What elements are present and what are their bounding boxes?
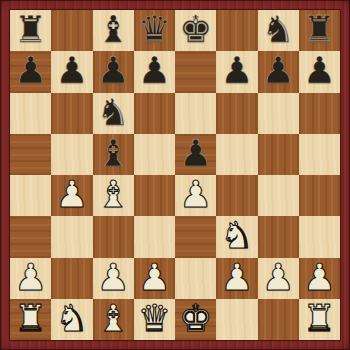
- square-f3[interactable]: ♞: [216, 216, 257, 257]
- square-c3[interactable]: [93, 216, 134, 257]
- square-b4[interactable]: ♟: [51, 175, 92, 216]
- board-frame: ♜♝♛♚♞♜♟♟♟♟♟♟♟♞♝♟♟♝♟♞♟♟♟♟♟♟♜♞♝♛♚♜: [0, 0, 350, 350]
- square-g3[interactable]: [258, 216, 299, 257]
- square-c1[interactable]: ♝: [93, 299, 134, 340]
- square-e6[interactable]: [175, 93, 216, 134]
- black-bishop: ♝: [97, 135, 130, 172]
- square-a5[interactable]: [10, 134, 51, 175]
- square-e4[interactable]: ♟: [175, 175, 216, 216]
- square-d4[interactable]: [134, 175, 175, 216]
- square-e3[interactable]: [175, 216, 216, 257]
- square-b5[interactable]: [51, 134, 92, 175]
- square-a2[interactable]: ♟: [10, 258, 51, 299]
- square-h8[interactable]: ♜: [299, 10, 340, 51]
- white-bishop: ♝: [97, 300, 130, 337]
- white-pawn: ♟: [179, 176, 212, 213]
- black-rook: ♜: [14, 11, 47, 48]
- square-c4[interactable]: ♝: [93, 175, 134, 216]
- square-c8[interactable]: ♝: [93, 10, 134, 51]
- square-b1[interactable]: ♞: [51, 299, 92, 340]
- square-a6[interactable]: [10, 93, 51, 134]
- square-e1[interactable]: ♚: [175, 299, 216, 340]
- square-d6[interactable]: [134, 93, 175, 134]
- square-d2[interactable]: ♟: [134, 258, 175, 299]
- square-f7[interactable]: ♟: [216, 51, 257, 92]
- square-c5[interactable]: ♝: [93, 134, 134, 175]
- square-f1[interactable]: [216, 299, 257, 340]
- square-b2[interactable]: [51, 258, 92, 299]
- square-d3[interactable]: [134, 216, 175, 257]
- square-a4[interactable]: [10, 175, 51, 216]
- square-d7[interactable]: ♟: [134, 51, 175, 92]
- square-g5[interactable]: [258, 134, 299, 175]
- square-f8[interactable]: [216, 10, 257, 51]
- black-pawn: ♟: [55, 52, 88, 89]
- white-pawn: ♟: [220, 259, 253, 296]
- square-g2[interactable]: ♟: [258, 258, 299, 299]
- white-knight: ♞: [220, 217, 253, 254]
- square-e8[interactable]: ♚: [175, 10, 216, 51]
- square-g6[interactable]: [258, 93, 299, 134]
- black-pawn: ♟: [179, 135, 212, 172]
- square-d1[interactable]: ♛: [134, 299, 175, 340]
- black-pawn: ♟: [138, 52, 171, 89]
- square-h4[interactable]: [299, 175, 340, 216]
- white-pawn: ♟: [138, 259, 171, 296]
- black-pawn: ♟: [14, 52, 47, 89]
- square-d5[interactable]: [134, 134, 175, 175]
- white-pawn: ♟: [262, 259, 295, 296]
- square-a1[interactable]: ♜: [10, 299, 51, 340]
- square-f6[interactable]: [216, 93, 257, 134]
- white-pawn: ♟: [303, 259, 336, 296]
- square-a8[interactable]: ♜: [10, 10, 51, 51]
- square-f2[interactable]: ♟: [216, 258, 257, 299]
- square-c6[interactable]: ♞: [93, 93, 134, 134]
- square-b3[interactable]: [51, 216, 92, 257]
- black-rook: ♜: [303, 11, 336, 48]
- square-f5[interactable]: [216, 134, 257, 175]
- square-b8[interactable]: [51, 10, 92, 51]
- chess-board: ♜♝♛♚♞♜♟♟♟♟♟♟♟♞♝♟♟♝♟♞♟♟♟♟♟♟♜♞♝♛♚♜: [10, 10, 340, 340]
- black-knight: ♞: [262, 11, 295, 48]
- square-c7[interactable]: ♟: [93, 51, 134, 92]
- square-h1[interactable]: ♜: [299, 299, 340, 340]
- square-b7[interactable]: ♟: [51, 51, 92, 92]
- black-king: ♚: [179, 11, 212, 48]
- square-h6[interactable]: [299, 93, 340, 134]
- square-d8[interactable]: ♛: [134, 10, 175, 51]
- square-a3[interactable]: [10, 216, 51, 257]
- square-a7[interactable]: ♟: [10, 51, 51, 92]
- black-bishop: ♝: [97, 11, 130, 48]
- square-h7[interactable]: ♟: [299, 51, 340, 92]
- black-pawn: ♟: [303, 52, 336, 89]
- white-rook: ♜: [14, 300, 47, 337]
- square-f4[interactable]: [216, 175, 257, 216]
- square-h5[interactable]: [299, 134, 340, 175]
- square-e5[interactable]: ♟: [175, 134, 216, 175]
- square-b6[interactable]: [51, 93, 92, 134]
- square-e2[interactable]: [175, 258, 216, 299]
- white-bishop: ♝: [97, 176, 130, 213]
- square-g7[interactable]: ♟: [258, 51, 299, 92]
- white-pawn: ♟: [14, 259, 47, 296]
- black-pawn: ♟: [220, 52, 253, 89]
- white-queen: ♛: [138, 300, 171, 337]
- white-knight: ♞: [55, 300, 88, 337]
- square-g4[interactable]: [258, 175, 299, 216]
- black-pawn: ♟: [262, 52, 295, 89]
- square-e7[interactable]: [175, 51, 216, 92]
- white-king: ♚: [179, 300, 212, 337]
- white-rook: ♜: [303, 300, 336, 337]
- black-knight: ♞: [97, 94, 130, 131]
- square-h2[interactable]: ♟: [299, 258, 340, 299]
- square-g8[interactable]: ♞: [258, 10, 299, 51]
- square-h3[interactable]: [299, 216, 340, 257]
- black-pawn: ♟: [97, 52, 130, 89]
- white-pawn: ♟: [97, 259, 130, 296]
- square-g1[interactable]: [258, 299, 299, 340]
- square-c2[interactable]: ♟: [93, 258, 134, 299]
- black-queen: ♛: [138, 11, 171, 48]
- white-pawn: ♟: [55, 176, 88, 213]
